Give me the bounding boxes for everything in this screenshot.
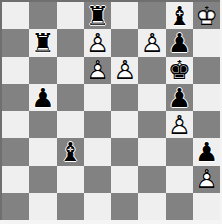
square-e4[interactable] (111, 111, 138, 138)
square-b8[interactable] (29, 2, 56, 29)
square-e6[interactable]: ♟♙ (111, 57, 138, 84)
chess-board: ♜♝♚♔♜♟♙♟♙♟♟♙♟♙♚♟♟♟♙♝♟♟♙ (0, 0, 220, 220)
piece-glyph: ♜ (84, 2, 111, 29)
square-a6[interactable] (2, 57, 29, 84)
square-g2[interactable] (166, 166, 193, 193)
square-d1[interactable] (84, 193, 111, 220)
square-c6[interactable] (57, 57, 84, 84)
square-b5[interactable]: ♟ (29, 84, 56, 111)
square-c3[interactable]: ♝ (57, 138, 84, 165)
piece-glyph: ♝ (57, 138, 84, 165)
white-pawn-piece: ♟♙ (138, 29, 165, 56)
square-e5[interactable] (111, 84, 138, 111)
square-d7[interactable]: ♟♙ (84, 29, 111, 56)
square-a3[interactable] (2, 138, 29, 165)
square-g8[interactable]: ♝ (166, 2, 193, 29)
white-king-piece: ♚♔ (193, 2, 220, 29)
square-h3[interactable]: ♟ (193, 138, 220, 165)
square-e7[interactable] (111, 29, 138, 56)
square-c2[interactable] (57, 166, 84, 193)
black-pawn-piece: ♟ (166, 84, 193, 111)
piece-fill-glyph: ♟ (84, 57, 111, 84)
square-e8[interactable] (111, 2, 138, 29)
square-g5[interactable]: ♟ (166, 84, 193, 111)
square-e2[interactable] (111, 166, 138, 193)
square-f2[interactable] (138, 166, 165, 193)
black-rook-piece: ♜ (29, 29, 56, 56)
square-d4[interactable] (84, 111, 111, 138)
piece-glyph: ♚ (166, 57, 193, 84)
square-e3[interactable] (111, 138, 138, 165)
piece-glyph: ♝ (166, 2, 193, 29)
square-h4[interactable] (193, 111, 220, 138)
square-g7[interactable]: ♟ (166, 29, 193, 56)
black-pawn-piece: ♟ (166, 29, 193, 56)
square-c7[interactable] (57, 29, 84, 56)
square-d6[interactable]: ♟♙ (84, 57, 111, 84)
square-g4[interactable]: ♟♙ (166, 111, 193, 138)
square-c1[interactable] (57, 193, 84, 220)
piece-fill-glyph: ♟ (84, 29, 111, 56)
square-b4[interactable] (29, 111, 56, 138)
white-pawn-piece: ♟♙ (84, 57, 111, 84)
piece-fill-glyph: ♟ (138, 29, 165, 56)
square-f6[interactable] (138, 57, 165, 84)
piece-fill-glyph: ♚ (193, 2, 220, 29)
black-pawn-piece: ♟ (193, 138, 220, 165)
piece-glyph: ♟ (193, 138, 220, 165)
square-f8[interactable] (138, 2, 165, 29)
piece-fill-glyph: ♟ (166, 111, 193, 138)
piece-outline-glyph: ♙ (166, 111, 193, 138)
piece-outline-glyph: ♙ (111, 57, 138, 84)
square-c4[interactable] (57, 111, 84, 138)
square-a4[interactable] (2, 111, 29, 138)
piece-outline-glyph: ♙ (84, 29, 111, 56)
square-f5[interactable] (138, 84, 165, 111)
square-a2[interactable] (2, 166, 29, 193)
square-f3[interactable] (138, 138, 165, 165)
square-h2[interactable]: ♟♙ (193, 166, 220, 193)
square-g1[interactable] (166, 193, 193, 220)
square-f1[interactable] (138, 193, 165, 220)
white-pawn-piece: ♟♙ (166, 111, 193, 138)
chess-diagram: ♜♝♚♔♜♟♙♟♙♟♟♙♟♙♚♟♟♟♙♝♟♟♙ (0, 0, 222, 224)
square-a5[interactable] (2, 84, 29, 111)
square-a7[interactable] (2, 29, 29, 56)
piece-glyph: ♟ (29, 84, 56, 111)
black-rook-piece: ♜ (84, 2, 111, 29)
square-b3[interactable] (29, 138, 56, 165)
black-pawn-piece: ♟ (29, 84, 56, 111)
piece-outline-glyph: ♙ (138, 29, 165, 56)
square-g6[interactable]: ♚ (166, 57, 193, 84)
square-h5[interactable] (193, 84, 220, 111)
square-a1[interactable] (2, 193, 29, 220)
piece-glyph: ♟ (166, 84, 193, 111)
square-g3[interactable] (166, 138, 193, 165)
piece-glyph: ♜ (29, 29, 56, 56)
square-h7[interactable] (193, 29, 220, 56)
piece-glyph: ♟ (166, 29, 193, 56)
square-b1[interactable] (29, 193, 56, 220)
square-b2[interactable] (29, 166, 56, 193)
piece-fill-glyph: ♟ (193, 166, 220, 193)
square-b7[interactable]: ♜ (29, 29, 56, 56)
white-pawn-piece: ♟♙ (84, 29, 111, 56)
black-king-piece: ♚ (166, 57, 193, 84)
piece-fill-glyph: ♟ (111, 57, 138, 84)
square-h1[interactable] (193, 193, 220, 220)
square-e1[interactable] (111, 193, 138, 220)
piece-outline-glyph: ♔ (193, 2, 220, 29)
square-d3[interactable] (84, 138, 111, 165)
square-c8[interactable] (57, 2, 84, 29)
square-b6[interactable] (29, 57, 56, 84)
square-f7[interactable]: ♟♙ (138, 29, 165, 56)
square-f4[interactable] (138, 111, 165, 138)
square-h8[interactable]: ♚♔ (193, 2, 220, 29)
square-a8[interactable] (2, 2, 29, 29)
black-bishop-piece: ♝ (57, 138, 84, 165)
white-pawn-piece: ♟♙ (193, 166, 220, 193)
piece-outline-glyph: ♙ (84, 57, 111, 84)
square-d2[interactable] (84, 166, 111, 193)
square-c5[interactable] (57, 84, 84, 111)
square-h6[interactable] (193, 57, 220, 84)
square-d8[interactable]: ♜ (84, 2, 111, 29)
piece-outline-glyph: ♙ (193, 166, 220, 193)
black-bishop-piece: ♝ (166, 2, 193, 29)
square-d5[interactable] (84, 84, 111, 111)
white-pawn-piece: ♟♙ (111, 57, 138, 84)
